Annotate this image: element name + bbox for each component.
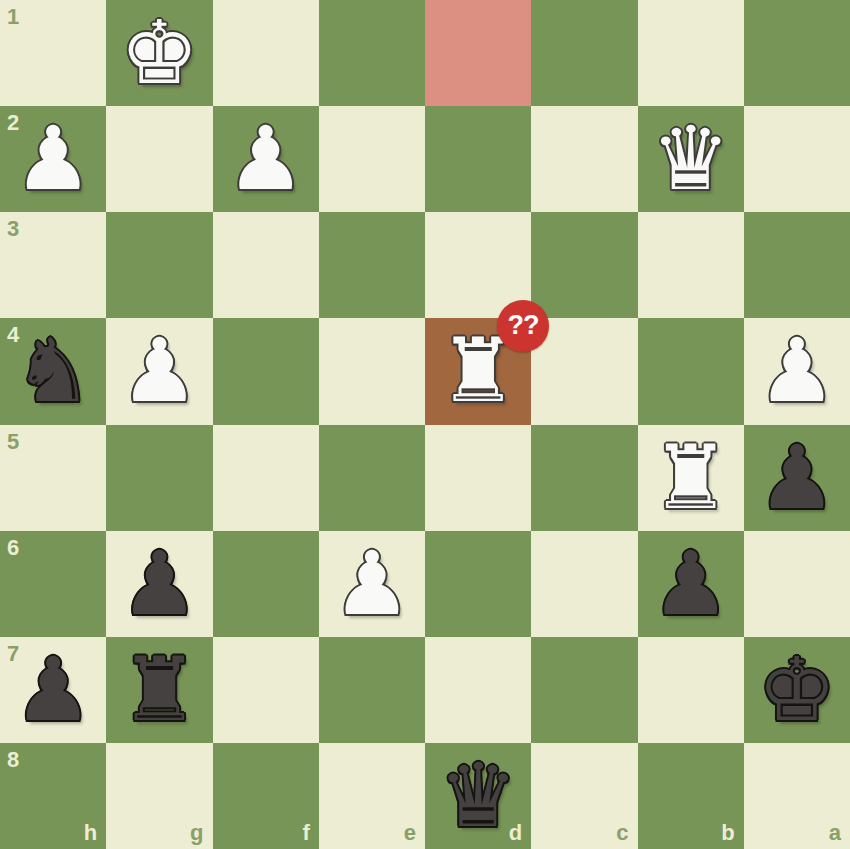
square-c1[interactable] <box>531 0 637 106</box>
square-b2[interactable]: ♛ <box>638 106 744 212</box>
square-h3[interactable]: 3 <box>0 212 106 318</box>
square-g2[interactable] <box>106 106 212 212</box>
chess-board-area: 1♚2♟♟♛34♞♟♜♟5♜♟6♟♟♟7♟♜♚8hgfed♛cba ?? <box>0 0 850 849</box>
square-d8[interactable]: d♛ <box>425 743 531 849</box>
chess-board: 1♚2♟♟♛34♞♟♜♟5♜♟6♟♟♟7♟♜♚8hgfed♛cba <box>0 0 850 849</box>
file-label-c: c <box>616 822 628 844</box>
square-b8[interactable]: b <box>638 743 744 849</box>
rank-label-5: 5 <box>7 431 19 453</box>
square-h8[interactable]: 8h <box>0 743 106 849</box>
black-pawn-h7[interactable]: ♟ <box>0 637 106 743</box>
black-king-a7[interactable]: ♚ <box>744 637 850 743</box>
square-b3[interactable] <box>638 212 744 318</box>
file-label-f: f <box>302 822 309 844</box>
square-c8[interactable]: c <box>531 743 637 849</box>
square-c3[interactable] <box>531 212 637 318</box>
square-c2[interactable] <box>531 106 637 212</box>
square-a3[interactable] <box>744 212 850 318</box>
square-h4[interactable]: 4♞ <box>0 318 106 424</box>
square-f5[interactable] <box>213 425 319 531</box>
rank-label-1: 1 <box>7 6 19 28</box>
square-h6[interactable]: 6 <box>0 531 106 637</box>
square-f1[interactable] <box>213 0 319 106</box>
square-h1[interactable]: 1 <box>0 0 106 106</box>
square-g8[interactable]: g <box>106 743 212 849</box>
file-label-b: b <box>721 822 734 844</box>
square-g4[interactable]: ♟ <box>106 318 212 424</box>
rank-label-6: 6 <box>7 537 19 559</box>
square-b1[interactable] <box>638 0 744 106</box>
white-queen-b2[interactable]: ♛ <box>638 106 744 212</box>
white-pawn-g4[interactable]: ♟ <box>106 318 212 424</box>
square-e3[interactable] <box>319 212 425 318</box>
black-knight-h4[interactable]: ♞ <box>0 318 106 424</box>
rank-label-8: 8 <box>7 749 19 771</box>
black-queen-d8[interactable]: ♛ <box>425 743 531 849</box>
blunder-badge-label: ?? <box>508 312 539 339</box>
square-f4[interactable] <box>213 318 319 424</box>
square-e5[interactable] <box>319 425 425 531</box>
file-label-g: g <box>190 822 203 844</box>
file-label-e: e <box>404 822 416 844</box>
square-e2[interactable] <box>319 106 425 212</box>
square-e8[interactable]: e <box>319 743 425 849</box>
square-a5[interactable]: ♟ <box>744 425 850 531</box>
rank-label-3: 3 <box>7 218 19 240</box>
file-label-h: h <box>84 822 97 844</box>
square-h7[interactable]: 7♟ <box>0 637 106 743</box>
square-f7[interactable] <box>213 637 319 743</box>
square-c5[interactable] <box>531 425 637 531</box>
square-f6[interactable] <box>213 531 319 637</box>
white-pawn-a4[interactable]: ♟ <box>744 318 850 424</box>
square-d2[interactable] <box>425 106 531 212</box>
white-rook-b5[interactable]: ♜ <box>638 425 744 531</box>
square-a7[interactable]: ♚ <box>744 637 850 743</box>
black-pawn-a5[interactable]: ♟ <box>744 425 850 531</box>
square-g1[interactable]: ♚ <box>106 0 212 106</box>
square-d5[interactable] <box>425 425 531 531</box>
square-a4[interactable]: ♟ <box>744 318 850 424</box>
white-pawn-h2[interactable]: ♟ <box>0 106 106 212</box>
square-a8[interactable]: a <box>744 743 850 849</box>
square-g5[interactable] <box>106 425 212 531</box>
square-e1[interactable] <box>319 0 425 106</box>
square-b7[interactable] <box>638 637 744 743</box>
square-d6[interactable] <box>425 531 531 637</box>
square-f2[interactable]: ♟ <box>213 106 319 212</box>
white-pawn-f2[interactable]: ♟ <box>213 106 319 212</box>
file-label-a: a <box>829 822 841 844</box>
black-pawn-b6[interactable]: ♟ <box>638 531 744 637</box>
square-d7[interactable] <box>425 637 531 743</box>
square-h2[interactable]: 2♟ <box>0 106 106 212</box>
square-c7[interactable] <box>531 637 637 743</box>
square-c6[interactable] <box>531 531 637 637</box>
black-rook-g7[interactable]: ♜ <box>106 637 212 743</box>
square-b4[interactable] <box>638 318 744 424</box>
square-a2[interactable] <box>744 106 850 212</box>
square-h5[interactable]: 5 <box>0 425 106 531</box>
white-pawn-e6[interactable]: ♟ <box>319 531 425 637</box>
square-a6[interactable] <box>744 531 850 637</box>
square-f8[interactable]: f <box>213 743 319 849</box>
square-e7[interactable] <box>319 637 425 743</box>
square-g7[interactable]: ♜ <box>106 637 212 743</box>
square-d1[interactable] <box>425 0 531 106</box>
black-pawn-g6[interactable]: ♟ <box>106 531 212 637</box>
square-a1[interactable] <box>744 0 850 106</box>
blunder-badge: ?? <box>497 300 549 352</box>
square-b5[interactable]: ♜ <box>638 425 744 531</box>
square-e4[interactable] <box>319 318 425 424</box>
white-king-g1[interactable]: ♚ <box>106 0 212 106</box>
square-g3[interactable] <box>106 212 212 318</box>
square-e6[interactable]: ♟ <box>319 531 425 637</box>
square-b6[interactable]: ♟ <box>638 531 744 637</box>
square-f3[interactable] <box>213 212 319 318</box>
square-g6[interactable]: ♟ <box>106 531 212 637</box>
